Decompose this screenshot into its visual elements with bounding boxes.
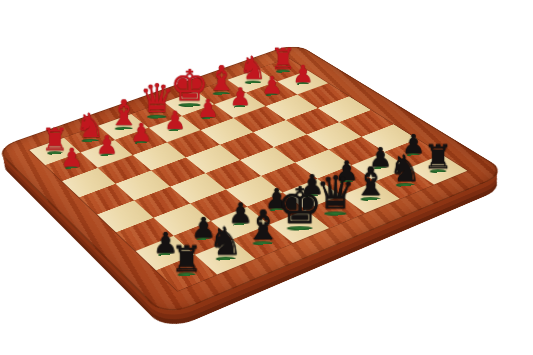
- knight-glyph: ♞: [208, 222, 243, 261]
- pawn-glyph: ♟: [164, 108, 186, 133]
- king-glyph: ♚: [277, 180, 323, 231]
- pawn-glyph: ♟: [130, 120, 153, 145]
- product-photo-scene: ♜♞♝♛♚♝♞♜♟♟♟♟♟♟♟♟♟♟♟♟♟♟♟♟♜♞♝♚♛♝♞♜: [0, 0, 533, 355]
- pawn-glyph: ♟: [197, 96, 219, 121]
- rook-glyph: ♜: [171, 241, 203, 277]
- camera-roll-wrapper: ♜♞♝♛♚♝♞♜♟♟♟♟♟♟♟♟♟♟♟♟♟♟♟♟♜♞♝♚♛♝♞♜: [0, 0, 533, 355]
- bishop-glyph: ♝: [245, 205, 281, 246]
- perspective-container: ♜♞♝♛♚♝♞♜♟♟♟♟♟♟♟♟♟♟♟♟♟♟♟♟♜♞♝♚♛♝♞♜: [0, 0, 533, 355]
- bishop-glyph: ♝: [353, 162, 388, 201]
- pawn-glyph: ♟: [292, 62, 313, 86]
- pawn-glyph: ♟: [261, 73, 283, 97]
- pawn-glyph: ♟: [229, 85, 251, 109]
- pawn-glyph: ♟: [96, 132, 119, 157]
- knight-glyph: ♞: [388, 151, 421, 188]
- rook-glyph: ♜: [424, 140, 454, 173]
- chess-board: ♜♞♝♛♚♝♞♜♟♟♟♟♟♟♟♟♟♟♟♟♟♟♟♟♜♞♝♚♛♝♞♜: [0, 43, 509, 318]
- pawn-glyph: ♟: [60, 145, 83, 171]
